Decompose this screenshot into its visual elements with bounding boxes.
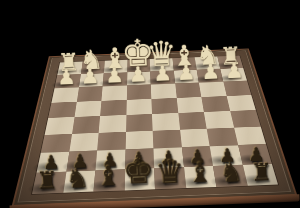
square-a5[interactable] — [230, 110, 261, 127]
square-h3[interactable] — [52, 87, 79, 102]
chess-board: ♜♞♝♚♛♝♞♜♟♟♟♟♟♟♟♟♟♟♟♟♟♟♟♟♜♞♝♚♛♝♞♜ — [12, 49, 298, 207]
square-e4[interactable] — [126, 99, 152, 115]
square-a3[interactable] — [223, 81, 251, 96]
white-pawn[interactable]: ♟ — [177, 62, 196, 83]
square-b5[interactable] — [204, 111, 234, 128]
square-d3[interactable] — [151, 84, 177, 99]
square-b2[interactable]: ♟ — [197, 69, 223, 83]
square-f2[interactable]: ♟ — [103, 72, 127, 86]
white-pawn[interactable]: ♟ — [225, 60, 244, 81]
square-b8[interactable]: ♞ — [213, 165, 247, 187]
square-a2[interactable]: ♟ — [220, 68, 247, 82]
black-rook[interactable]: ♜ — [36, 168, 59, 193]
black-queen[interactable]: ♛ — [155, 155, 185, 188]
white-pawn[interactable]: ♟ — [57, 66, 76, 87]
square-f5[interactable] — [99, 115, 126, 133]
square-h5[interactable] — [45, 117, 74, 135]
board-tilt: ♜♞♝♚♛♝♞♜♟♟♟♟♟♟♟♟♟♟♟♟♟♟♟♟♜♞♝♚♛♝♞♜ — [12, 49, 298, 207]
square-h4[interactable] — [48, 102, 76, 118]
square-d2[interactable]: ♟ — [150, 70, 175, 84]
square-c8[interactable]: ♝ — [184, 166, 217, 188]
square-g5[interactable] — [72, 116, 100, 134]
square-c2[interactable]: ♟ — [173, 70, 198, 84]
square-b4[interactable] — [201, 96, 230, 112]
black-bishop[interactable]: ♝ — [96, 163, 122, 191]
square-f4[interactable] — [100, 100, 126, 116]
square-g4[interactable] — [74, 101, 101, 117]
board-perspective-wrapper: ♜♞♝♚♛♝♞♜♟♟♟♟♟♟♟♟♟♟♟♟♟♟♟♟♜♞♝♚♛♝♞♜ — [1, 0, 298, 206]
black-king[interactable]: ♚ — [123, 153, 156, 189]
square-a8[interactable]: ♜ — [242, 163, 278, 185]
square-d4[interactable] — [151, 98, 178, 114]
square-h8[interactable]: ♜ — [32, 171, 66, 194]
black-knight[interactable]: ♞ — [219, 159, 244, 186]
board-grid: ♜♞♝♚♛♝♞♜♟♟♟♟♟♟♟♟♟♟♟♟♟♟♟♟♜♞♝♚♛♝♞♜ — [31, 55, 279, 195]
square-a4[interactable] — [226, 95, 255, 111]
square-d5[interactable] — [152, 113, 180, 131]
square-e3[interactable] — [126, 85, 151, 100]
black-rook[interactable]: ♜ — [251, 160, 274, 185]
square-e2[interactable]: ♟ — [127, 71, 151, 85]
square-e5[interactable] — [126, 114, 153, 132]
chess-photo-scene: ♜♞♝♚♛♝♞♜♟♟♟♟♟♟♟♟♟♟♟♟♟♟♟♟♜♞♝♚♛♝♞♜ — [0, 0, 300, 208]
square-c4[interactable] — [176, 97, 204, 113]
square-b3[interactable] — [199, 82, 226, 97]
square-e8[interactable]: ♚ — [124, 168, 155, 190]
black-knight[interactable]: ♞ — [65, 165, 90, 192]
white-pawn[interactable]: ♟ — [129, 64, 148, 85]
white-pawn[interactable]: ♟ — [81, 65, 100, 86]
square-d8[interactable]: ♛ — [154, 167, 186, 189]
square-c3[interactable] — [175, 83, 201, 98]
white-pawn[interactable]: ♟ — [153, 63, 172, 84]
square-c5[interactable] — [178, 112, 207, 129]
black-bishop[interactable]: ♝ — [188, 159, 214, 187]
white-pawn[interactable]: ♟ — [105, 64, 124, 85]
white-pawn[interactable]: ♟ — [201, 61, 220, 82]
square-g3[interactable] — [76, 86, 102, 101]
square-f8[interactable]: ♝ — [94, 169, 125, 192]
square-f3[interactable] — [101, 85, 126, 100]
